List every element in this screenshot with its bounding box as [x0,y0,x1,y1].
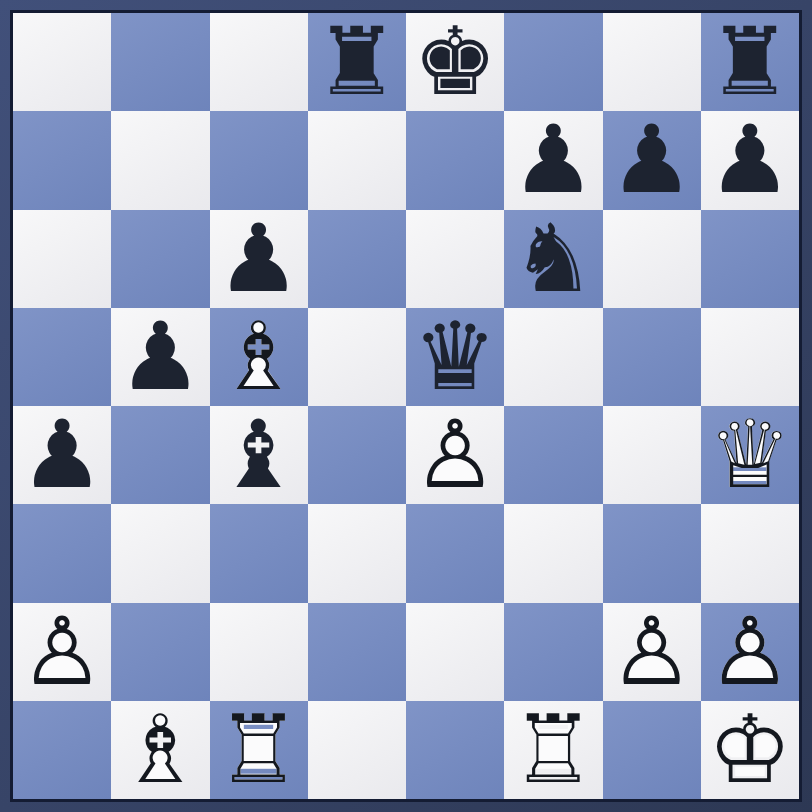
square-b7[interactable] [111,111,209,209]
square-g6[interactable] [603,210,701,308]
square-g7[interactable]: ♟ [603,111,701,209]
square-d8[interactable]: ♜ [308,13,406,111]
square-d4[interactable] [308,406,406,504]
square-g3[interactable] [603,504,701,602]
black-pawn-icon: ♟ [216,212,300,306]
square-h1[interactable]: ♚♔ [701,701,799,799]
square-h2[interactable]: ♟♙ [701,603,799,701]
square-b5[interactable]: ♟ [111,308,209,406]
black-rook-icon: ♜ [315,15,399,109]
square-a2[interactable]: ♟♙ [13,603,111,701]
white-pawn-icon: ♟♙ [609,605,693,699]
square-f7[interactable]: ♟ [504,111,602,209]
square-c5[interactable]: ♝♗ [210,308,308,406]
white-bishop-icon: ♝♗ [216,310,300,404]
square-f4[interactable] [504,406,602,504]
white-king-icon: ♚♔ [708,703,792,797]
square-a7[interactable] [13,111,111,209]
square-c8[interactable] [210,13,308,111]
black-queen-icon: ♛ [413,310,497,404]
square-b6[interactable] [111,210,209,308]
black-pawn-icon: ♟ [20,408,104,502]
square-a3[interactable] [13,504,111,602]
square-e8[interactable]: ♚ [406,13,504,111]
square-d5[interactable] [308,308,406,406]
square-h5[interactable] [701,308,799,406]
square-b3[interactable] [111,504,209,602]
square-a8[interactable] [13,13,111,111]
black-pawn-icon: ♟ [609,113,693,207]
square-a1[interactable] [13,701,111,799]
square-g4[interactable] [603,406,701,504]
square-f8[interactable] [504,13,602,111]
black-king-icon: ♚ [413,15,497,109]
black-pawn-icon: ♟ [118,310,202,404]
black-pawn-icon: ♟ [708,113,792,207]
square-e4[interactable]: ♟♙ [406,406,504,504]
square-e5[interactable]: ♛ [406,308,504,406]
square-d1[interactable] [308,701,406,799]
white-pawn-icon: ♟♙ [708,605,792,699]
square-c3[interactable] [210,504,308,602]
white-pawn-icon: ♟♙ [20,605,104,699]
black-bishop-icon: ♝ [216,408,300,502]
square-b8[interactable] [111,13,209,111]
white-queen-icon: ♛♕ [708,408,792,502]
square-d3[interactable] [308,504,406,602]
square-f6[interactable]: ♞ [504,210,602,308]
square-e2[interactable] [406,603,504,701]
square-c4[interactable]: ♝ [210,406,308,504]
square-d2[interactable] [308,603,406,701]
square-g1[interactable] [603,701,701,799]
square-b2[interactable] [111,603,209,701]
square-g8[interactable] [603,13,701,111]
square-b4[interactable] [111,406,209,504]
square-f2[interactable] [504,603,602,701]
square-h3[interactable] [701,504,799,602]
square-f5[interactable] [504,308,602,406]
square-d6[interactable] [308,210,406,308]
square-a4[interactable]: ♟ [13,406,111,504]
chess-board: ♜♚♜♟♟♟♟♞♟♝♗♛♟♝♟♙♛♕♟♙♟♙♟♙♝♗♜♖♜♖♚♔ [13,13,799,799]
square-h6[interactable] [701,210,799,308]
square-f3[interactable] [504,504,602,602]
square-e3[interactable] [406,504,504,602]
square-c7[interactable] [210,111,308,209]
square-d7[interactable] [308,111,406,209]
white-bishop-icon: ♝♗ [118,703,202,797]
white-rook-icon: ♜♖ [511,703,595,797]
square-g5[interactable] [603,308,701,406]
square-e1[interactable] [406,701,504,799]
white-rook-icon: ♜♖ [216,703,300,797]
square-g2[interactable]: ♟♙ [603,603,701,701]
square-e7[interactable] [406,111,504,209]
square-b1[interactable]: ♝♗ [111,701,209,799]
square-h8[interactable]: ♜ [701,13,799,111]
square-a6[interactable] [13,210,111,308]
black-knight-icon: ♞ [511,212,595,306]
square-h4[interactable]: ♛♕ [701,406,799,504]
square-h7[interactable]: ♟ [701,111,799,209]
square-f1[interactable]: ♜♖ [504,701,602,799]
white-pawn-icon: ♟♙ [413,408,497,502]
black-pawn-icon: ♟ [511,113,595,207]
square-a5[interactable] [13,308,111,406]
square-c1[interactable]: ♜♖ [210,701,308,799]
square-c6[interactable]: ♟ [210,210,308,308]
square-c2[interactable] [210,603,308,701]
board-frame: ♜♚♜♟♟♟♟♞♟♝♗♛♟♝♟♙♛♕♟♙♟♙♟♙♝♗♜♖♜♖♚♔ [0,0,812,812]
square-e6[interactable] [406,210,504,308]
black-rook-icon: ♜ [708,15,792,109]
